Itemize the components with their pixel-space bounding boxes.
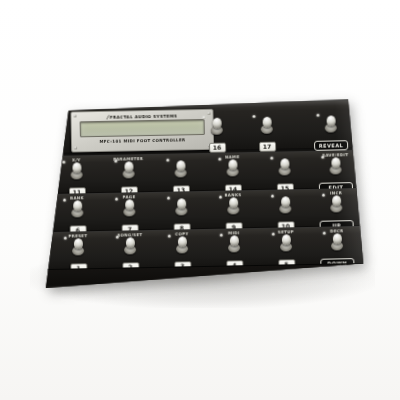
switch-led	[116, 236, 119, 239]
switch-cap	[73, 200, 82, 211]
switch-row-top: ∕FRACTAL AUDIO SYSTEMS MFC-101 MIDI FOOT…	[42, 100, 361, 153]
switch-led	[271, 195, 274, 198]
switch-cap	[263, 117, 272, 128]
switch-cap	[229, 197, 238, 208]
function-plate: REVEAL	[314, 140, 348, 151]
switch-led	[253, 115, 256, 118]
footswitch-reveal[interactable]: REVEAL	[308, 110, 353, 152]
controller-chassis: ∕FRACTAL AUDIO SYSTEMS MFC-101 MIDI FOOT…	[42, 98, 363, 288]
number-plate: 17	[259, 141, 276, 151]
switch-led	[63, 199, 66, 202]
footswitch-button[interactable]	[209, 118, 225, 135]
screw-icon	[73, 114, 76, 117]
footswitch-button[interactable]	[69, 200, 85, 217]
footswitch-button[interactable]	[259, 117, 275, 134]
footswitch-16[interactable]: 16	[194, 112, 239, 154]
number-plate: 16	[209, 142, 226, 152]
footswitch-button[interactable]	[328, 195, 344, 212]
footswitch-17[interactable]: 17	[244, 111, 289, 153]
switch-row-third: X/Y11PARAMETER12 13NAME14 15SAVE/EDITEDI…	[43, 150, 362, 193]
switch-led	[219, 196, 222, 199]
switch-led	[321, 156, 324, 159]
switch-row-second: BANK6PAGE7 8BANKS9 10INCRUP	[44, 188, 363, 231]
switch-cap	[178, 236, 187, 247]
switch-led	[323, 232, 326, 235]
switch-cap	[74, 238, 83, 249]
footswitch-button[interactable]	[172, 160, 188, 177]
mfc-101-foot-controller: ∕FRACTAL AUDIO SYSTEMS MFC-101 MIDI FOOT…	[42, 98, 363, 288]
switch-led	[64, 237, 67, 240]
switch-cap	[282, 234, 291, 245]
screw-icon	[74, 146, 77, 149]
footswitch-button[interactable]	[70, 238, 86, 255]
switch-led	[203, 116, 206, 119]
switch-led	[168, 235, 171, 238]
switch-led	[166, 159, 169, 162]
footswitch-button[interactable]	[122, 237, 138, 254]
switch-led	[220, 234, 223, 237]
display-plate: ∕FRACTAL AUDIO SYSTEMS MFC-101 MIDI FOOT…	[70, 109, 214, 153]
switch-cap	[332, 195, 341, 206]
footswitch-button[interactable]	[226, 235, 242, 252]
footswitch-button[interactable]	[278, 234, 294, 251]
switch-cap	[126, 237, 135, 248]
switch-cap	[230, 235, 239, 246]
switch-led	[218, 158, 221, 161]
switch-cap	[333, 233, 342, 244]
switch-led	[167, 197, 170, 200]
switch-cap	[124, 161, 133, 172]
footswitch-button[interactable]	[173, 198, 189, 215]
footswitch-button[interactable]	[120, 161, 136, 178]
footswitch-button[interactable]	[121, 199, 137, 216]
footswitch-button[interactable]	[224, 159, 240, 176]
switch-cap	[228, 159, 237, 170]
switch-cap	[177, 198, 186, 209]
footswitch-button[interactable]	[277, 196, 293, 213]
switch-cap	[125, 199, 134, 210]
switch-led	[322, 194, 325, 197]
switch-led	[114, 160, 117, 163]
footswitch-button[interactable]	[327, 157, 343, 174]
footswitch-button[interactable]	[329, 233, 345, 250]
switch-led	[272, 233, 275, 236]
switch-led	[115, 198, 118, 201]
switch-cap	[331, 157, 340, 168]
switch-cap	[327, 115, 336, 126]
switch-cap	[280, 158, 289, 169]
model-text: MFC-101 MIDI FOOT CONTROLLER	[72, 137, 213, 145]
footswitch-button[interactable]	[68, 162, 84, 179]
switch-cap	[176, 160, 185, 171]
switch-led	[270, 157, 273, 160]
footswitch-button[interactable]	[225, 197, 241, 214]
switch-led	[62, 161, 65, 164]
switch-cap	[213, 118, 222, 129]
switch-cap	[281, 196, 290, 207]
footswitch-button[interactable]	[276, 158, 292, 175]
switch-cap	[72, 162, 81, 173]
footswitch-button[interactable]	[174, 236, 190, 253]
lcd-screen	[80, 119, 205, 137]
footswitch-button[interactable]	[323, 115, 339, 132]
switch-led	[317, 114, 320, 117]
